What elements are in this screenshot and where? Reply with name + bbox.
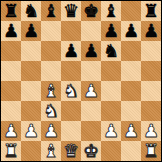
black-pawn-icon[interactable]: ♟ [81,41,101,61]
square-f3[interactable] [101,101,121,121]
square-f8[interactable]: ♝ [101,1,121,21]
chess-board: ♜♞♝♛♚♝♜♟♟♟♟♟♟♟♞♝♞♟♞♟♟♟♟♟♟♜♝♛♚♜ [1,1,161,161]
white-pawn-icon[interactable]: ♟ [41,121,61,141]
square-a4[interactable] [1,81,21,101]
square-d1[interactable]: ♛ [61,141,81,161]
black-rook-icon[interactable]: ♜ [141,1,161,21]
square-b2[interactable]: ♟ [21,121,41,141]
square-f6[interactable]: ♞ [101,41,121,61]
square-c2[interactable]: ♟ [41,121,61,141]
square-g8[interactable] [121,1,141,21]
square-e2[interactable] [81,121,101,141]
black-pawn-icon[interactable]: ♟ [61,41,81,61]
white-king-icon[interactable]: ♚ [81,141,101,161]
square-d2[interactable] [61,121,81,141]
square-a3[interactable] [1,101,21,121]
square-e4[interactable]: ♟ [81,81,101,101]
white-queen-icon[interactable]: ♛ [61,141,81,161]
white-pawn-icon[interactable]: ♟ [21,121,41,141]
square-a5[interactable] [1,61,21,81]
square-g5[interactable] [121,61,141,81]
square-d3[interactable] [61,101,81,121]
square-f4[interactable] [101,81,121,101]
square-b1[interactable] [21,141,41,161]
square-f5[interactable] [101,61,121,81]
black-pawn-icon[interactable]: ♟ [121,21,141,41]
black-pawn-icon[interactable]: ♟ [101,21,121,41]
white-pawn-icon[interactable]: ♟ [1,121,21,141]
white-rook-icon[interactable]: ♜ [141,141,161,161]
square-h6[interactable] [141,41,161,61]
square-d5[interactable] [61,61,81,81]
square-c6[interactable] [41,41,61,61]
square-h5[interactable] [141,61,161,81]
square-e7[interactable] [81,21,101,41]
square-g1[interactable] [121,141,141,161]
square-a8[interactable]: ♜ [1,1,21,21]
square-g2[interactable]: ♟ [121,121,141,141]
white-pawn-icon[interactable]: ♟ [141,121,161,141]
white-knight-icon[interactable]: ♞ [41,101,61,121]
square-a7[interactable]: ♟ [1,21,21,41]
square-f1[interactable] [101,141,121,161]
square-a2[interactable]: ♟ [1,121,21,141]
square-a6[interactable] [1,41,21,61]
square-c4[interactable]: ♝ [41,81,61,101]
square-b6[interactable] [21,41,41,61]
square-c3[interactable]: ♞ [41,101,61,121]
square-f2[interactable]: ♟ [101,121,121,141]
square-c1[interactable]: ♝ [41,141,61,161]
square-g3[interactable] [121,101,141,121]
square-e3[interactable] [81,101,101,121]
square-h7[interactable]: ♟ [141,21,161,41]
white-rook-icon[interactable]: ♜ [1,141,21,161]
black-pawn-icon[interactable]: ♟ [141,21,161,41]
white-pawn-icon[interactable]: ♟ [81,81,101,101]
black-knight-icon[interactable]: ♞ [101,41,121,61]
black-bishop-icon[interactable]: ♝ [101,1,121,21]
black-bishop-icon[interactable]: ♝ [41,1,61,21]
square-d7[interactable] [61,21,81,41]
black-rook-icon[interactable]: ♜ [1,1,21,21]
square-h4[interactable] [141,81,161,101]
square-e1[interactable]: ♚ [81,141,101,161]
square-e6[interactable]: ♟ [81,41,101,61]
square-c5[interactable] [41,61,61,81]
square-d8[interactable]: ♛ [61,1,81,21]
square-c7[interactable] [41,21,61,41]
square-g4[interactable] [121,81,141,101]
white-bishop-icon[interactable]: ♝ [41,81,61,101]
square-b8[interactable]: ♞ [21,1,41,21]
square-h1[interactable]: ♜ [141,141,161,161]
square-e5[interactable] [81,61,101,81]
square-b5[interactable] [21,61,41,81]
square-d4[interactable]: ♞ [61,81,81,101]
white-pawn-icon[interactable]: ♟ [121,121,141,141]
square-d6[interactable]: ♟ [61,41,81,61]
black-queen-icon[interactable]: ♛ [61,1,81,21]
square-h2[interactable]: ♟ [141,121,161,141]
white-bishop-icon[interactable]: ♝ [41,141,61,161]
square-c8[interactable]: ♝ [41,1,61,21]
square-b7[interactable]: ♟ [21,21,41,41]
square-g7[interactable]: ♟ [121,21,141,41]
square-b4[interactable] [21,81,41,101]
square-f7[interactable]: ♟ [101,21,121,41]
square-g6[interactable] [121,41,141,61]
square-a1[interactable]: ♜ [1,141,21,161]
chess-board-frame: ♜♞♝♛♚♝♜♟♟♟♟♟♟♟♞♝♞♟♞♟♟♟♟♟♟♜♝♛♚♜ [0,0,162,162]
black-knight-icon[interactable]: ♞ [21,1,41,21]
square-h8[interactable]: ♜ [141,1,161,21]
white-pawn-icon[interactable]: ♟ [101,121,121,141]
black-pawn-icon[interactable]: ♟ [1,21,21,41]
square-b3[interactable] [21,101,41,121]
black-king-icon[interactable]: ♚ [81,1,101,21]
square-h3[interactable] [141,101,161,121]
black-pawn-icon[interactable]: ♟ [21,21,41,41]
square-e8[interactable]: ♚ [81,1,101,21]
white-knight-icon[interactable]: ♞ [61,81,81,101]
